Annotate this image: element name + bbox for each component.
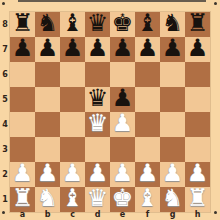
chess-demo-board: ♜♞♝♛♚♝♞♜♟♟♟♟♟♟♟♟♛♟♛♟♟♟♟♟♟♟♟♟♜♞♝♛♚♝♞♜ 876…: [0, 0, 220, 220]
rank-label-4: 4: [0, 112, 10, 137]
square-c4[interactable]: [60, 112, 85, 137]
square-h6[interactable]: [185, 62, 210, 87]
square-c7[interactable]: ♟: [60, 37, 85, 62]
piece-white-pawn: ♟: [62, 161, 84, 186]
file-label-b: b: [35, 210, 60, 220]
rank-label-1: 1: [0, 187, 10, 212]
square-e7[interactable]: ♟: [110, 37, 135, 62]
corner-pin-dot: [214, 211, 217, 214]
square-b7[interactable]: ♟: [35, 37, 60, 62]
square-c6[interactable]: [60, 62, 85, 87]
square-h5[interactable]: [185, 87, 210, 112]
piece-black-pawn: ♟: [62, 36, 84, 61]
square-d4[interactable]: ♛: [85, 112, 110, 137]
square-f1[interactable]: ♝: [135, 187, 160, 212]
square-d7[interactable]: ♟: [85, 37, 110, 62]
piece-black-pawn: ♟: [112, 36, 134, 61]
piece-black-knight: ♞: [37, 11, 59, 36]
square-f5[interactable]: [135, 87, 160, 112]
piece-black-pawn: ♟: [137, 36, 159, 61]
square-e1[interactable]: ♚: [110, 187, 135, 212]
piece-white-pawn: ♟: [12, 161, 34, 186]
file-label-h: h: [185, 210, 210, 220]
piece-black-pawn: ♟: [187, 36, 209, 61]
piece-black-bishop: ♝: [62, 11, 84, 36]
piece-white-pawn: ♟: [112, 111, 134, 136]
square-b1[interactable]: ♞: [35, 187, 60, 212]
piece-white-bishop: ♝: [137, 186, 159, 211]
square-e4[interactable]: ♟: [110, 112, 135, 137]
piece-white-bishop: ♝: [62, 186, 84, 211]
square-g1[interactable]: ♞: [160, 187, 185, 212]
corner-pin-dot: [214, 2, 217, 5]
rank-label-6: 6: [0, 62, 10, 87]
piece-black-king: ♚: [112, 11, 134, 36]
rank-label-5: 5: [0, 87, 10, 112]
piece-black-pawn: ♟: [162, 36, 184, 61]
square-f7[interactable]: ♟: [135, 37, 160, 62]
piece-white-pawn: ♟: [37, 161, 59, 186]
piece-black-bishop: ♝: [137, 11, 159, 36]
rank-label-2: 2: [0, 162, 10, 187]
piece-white-knight: ♞: [162, 186, 184, 211]
piece-white-rook: ♜: [187, 186, 209, 211]
chess-board-grid: ♜♞♝♛♚♝♞♜♟♟♟♟♟♟♟♟♛♟♛♟♟♟♟♟♟♟♟♟♜♞♝♛♚♝♞♜: [10, 12, 210, 212]
piece-black-pawn: ♟: [12, 36, 34, 61]
square-b5[interactable]: [35, 87, 60, 112]
board-top-edge: [18, 0, 206, 2]
piece-white-pawn: ♟: [187, 161, 209, 186]
piece-white-queen: ♛: [87, 111, 109, 136]
square-g4[interactable]: [160, 112, 185, 137]
rank-labels: 87654321: [0, 12, 10, 212]
corner-pin-dot: [2, 2, 5, 5]
square-c5[interactable]: [60, 87, 85, 112]
piece-white-queen: ♛: [87, 186, 109, 211]
square-h7[interactable]: ♟: [185, 37, 210, 62]
rank-label-7: 7: [0, 37, 10, 62]
piece-white-king: ♚: [112, 186, 134, 211]
file-label-a: a: [10, 210, 35, 220]
piece-white-pawn: ♟: [112, 161, 134, 186]
file-label-e: e: [110, 210, 135, 220]
piece-black-pawn: ♟: [37, 36, 59, 61]
piece-white-pawn: ♟: [87, 161, 109, 186]
square-a4[interactable]: [10, 112, 35, 137]
square-b6[interactable]: [35, 62, 60, 87]
square-a1[interactable]: ♜: [10, 187, 35, 212]
square-d1[interactable]: ♛: [85, 187, 110, 212]
square-h1[interactable]: ♜: [185, 187, 210, 212]
piece-black-pawn: ♟: [87, 36, 109, 61]
square-b4[interactable]: [35, 112, 60, 137]
square-g5[interactable]: [160, 87, 185, 112]
piece-white-rook: ♜: [12, 186, 34, 211]
square-a7[interactable]: ♟: [10, 37, 35, 62]
piece-white-knight: ♞: [37, 186, 59, 211]
file-label-d: d: [85, 210, 110, 220]
piece-white-pawn: ♟: [137, 161, 159, 186]
file-labels: abcdefgh: [10, 210, 210, 220]
piece-black-rook: ♜: [187, 11, 209, 36]
square-f6[interactable]: [135, 62, 160, 87]
rank-label-8: 8: [0, 12, 10, 37]
square-a6[interactable]: [10, 62, 35, 87]
square-g6[interactable]: [160, 62, 185, 87]
piece-black-queen: ♛: [87, 11, 109, 36]
piece-black-pawn: ♟: [112, 86, 134, 111]
piece-black-knight: ♞: [162, 11, 184, 36]
square-f4[interactable]: [135, 112, 160, 137]
square-g7[interactable]: ♟: [160, 37, 185, 62]
file-label-c: c: [60, 210, 85, 220]
piece-white-pawn: ♟: [162, 161, 184, 186]
square-c1[interactable]: ♝: [60, 187, 85, 212]
rank-label-3: 3: [0, 137, 10, 162]
square-a5[interactable]: [10, 87, 35, 112]
piece-black-queen: ♛: [87, 86, 109, 111]
file-label-g: g: [160, 210, 185, 220]
square-h4[interactable]: [185, 112, 210, 137]
piece-black-rook: ♜: [12, 11, 34, 36]
file-label-f: f: [135, 210, 160, 220]
